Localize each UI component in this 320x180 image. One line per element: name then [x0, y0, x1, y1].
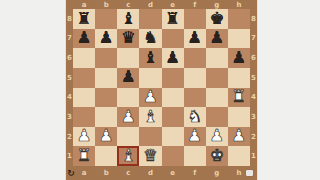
piece-black-knight: ♞ — [143, 30, 158, 47]
coord-label-2: 2 — [250, 127, 257, 147]
coord-label-c: c — [117, 0, 139, 9]
coord-label-e: e — [162, 166, 184, 180]
square-e2[interactable] — [162, 127, 184, 147]
coord-label-7: 7 — [66, 29, 73, 49]
square-g1[interactable]: ♚ — [206, 146, 228, 166]
square-f8[interactable] — [184, 9, 206, 29]
square-e3[interactable] — [162, 107, 184, 127]
square-d2[interactable] — [139, 127, 161, 147]
coord-label-c: c — [117, 166, 139, 180]
square-g6[interactable] — [206, 48, 228, 68]
square-b4[interactable] — [95, 88, 117, 108]
square-h2[interactable]: ♟ — [228, 127, 250, 147]
square-h5[interactable] — [228, 68, 250, 88]
coord-label-h: h — [228, 0, 250, 9]
piece-white-pawn: ♟ — [232, 128, 247, 145]
maximize-board-icon[interactable] — [246, 170, 253, 176]
square-d7[interactable]: ♞ — [139, 29, 161, 49]
square-d8[interactable] — [139, 9, 161, 29]
square-g4[interactable] — [206, 88, 228, 108]
square-f2[interactable]: ♟ — [184, 127, 206, 147]
piece-black-pawn: ♟ — [209, 30, 224, 47]
square-d1[interactable]: ♛ — [139, 146, 161, 166]
square-f5[interactable] — [184, 68, 206, 88]
piece-white-bishop: ♝ — [143, 108, 158, 125]
square-g7[interactable]: ♟ — [206, 29, 228, 49]
square-e4[interactable] — [162, 88, 184, 108]
piece-black-pawn: ♟ — [187, 30, 202, 47]
coord-label-g: g — [206, 166, 228, 180]
piece-black-pawn: ♟ — [77, 30, 92, 47]
square-g3[interactable] — [206, 107, 228, 127]
file-labels-bottom: abcdefgh — [73, 166, 250, 180]
square-e7[interactable] — [162, 29, 184, 49]
piece-black-pawn: ♟ — [121, 69, 136, 86]
square-g8[interactable]: ♚ — [206, 9, 228, 29]
coord-label-b: b — [95, 0, 117, 9]
board-squares: ♜♝♜♚♟♟♛♞♟♟♝♟♟♟♟♜♟♝♞♟♟♟♟♟♜♝♛♚ — [73, 9, 250, 166]
square-a3[interactable] — [73, 107, 95, 127]
piece-white-pawn: ♟ — [121, 108, 136, 125]
square-b3[interactable] — [95, 107, 117, 127]
square-c8[interactable]: ♝ — [117, 9, 139, 29]
square-d4[interactable]: ♟ — [139, 88, 161, 108]
coord-label-a: a — [73, 166, 95, 180]
square-b5[interactable] — [95, 68, 117, 88]
coord-label-d: d — [139, 166, 161, 180]
square-c6[interactable] — [117, 48, 139, 68]
square-a1[interactable]: ♜ — [73, 146, 95, 166]
page-background: abcdefgh abcdefgh 87654321 87654321 ♜♝♜♚… — [0, 0, 320, 180]
square-a4[interactable] — [73, 88, 95, 108]
coord-label-f: f — [184, 0, 206, 9]
square-h7[interactable] — [228, 29, 250, 49]
square-c2[interactable] — [117, 127, 139, 147]
piece-white-pawn: ♟ — [99, 128, 114, 145]
piece-white-king: ♚ — [209, 147, 224, 164]
square-a5[interactable] — [73, 68, 95, 88]
coord-label-d: d — [139, 0, 161, 9]
coord-label-6: 6 — [250, 48, 257, 68]
square-e6[interactable]: ♟ — [162, 48, 184, 68]
piece-white-pawn: ♟ — [187, 128, 202, 145]
coord-label-1: 1 — [66, 146, 73, 166]
square-d3[interactable]: ♝ — [139, 107, 161, 127]
piece-white-rook: ♜ — [77, 147, 92, 164]
piece-white-pawn: ♟ — [143, 89, 158, 106]
square-f3[interactable]: ♞ — [184, 107, 206, 127]
square-e1[interactable] — [162, 146, 184, 166]
square-d6[interactable]: ♝ — [139, 48, 161, 68]
coord-label-1: 1 — [250, 146, 257, 166]
square-c3[interactable]: ♟ — [117, 107, 139, 127]
piece-black-rook: ♜ — [165, 10, 180, 27]
square-f1[interactable] — [184, 146, 206, 166]
square-f7[interactable]: ♟ — [184, 29, 206, 49]
square-e8[interactable]: ♜ — [162, 9, 184, 29]
rank-labels-right: 87654321 — [250, 9, 257, 166]
coord-label-e: e — [162, 0, 184, 9]
coord-label-g: g — [206, 0, 228, 9]
piece-black-pawn: ♟ — [232, 49, 247, 66]
square-h3[interactable] — [228, 107, 250, 127]
piece-white-rook: ♜ — [232, 89, 247, 106]
rotate-board-icon[interactable]: ↻ — [66, 168, 76, 179]
square-c5[interactable]: ♟ — [117, 68, 139, 88]
piece-black-rook: ♜ — [77, 10, 92, 27]
coord-label-3: 3 — [250, 107, 257, 127]
coord-label-2: 2 — [66, 127, 73, 147]
piece-black-queen: ♛ — [121, 30, 136, 47]
piece-white-knight: ♞ — [187, 108, 202, 125]
piece-white-bishop: ♝ — [121, 147, 136, 164]
coord-label-b: b — [95, 166, 117, 180]
file-labels-top: abcdefgh — [73, 0, 250, 9]
coord-label-f: f — [184, 166, 206, 180]
coord-label-7: 7 — [250, 29, 257, 49]
piece-black-bishop: ♝ — [121, 10, 136, 27]
coord-label-4: 4 — [66, 88, 73, 108]
square-c4[interactable] — [117, 88, 139, 108]
square-f6[interactable] — [184, 48, 206, 68]
coord-label-6: 6 — [66, 48, 73, 68]
square-f4[interactable] — [184, 88, 206, 108]
square-a7[interactable]: ♟ — [73, 29, 95, 49]
piece-black-bishop: ♝ — [143, 49, 158, 66]
piece-black-pawn: ♟ — [99, 30, 114, 47]
square-h8[interactable] — [228, 9, 250, 29]
coord-label-5: 5 — [250, 68, 257, 88]
square-g5[interactable] — [206, 68, 228, 88]
square-g2[interactable]: ♟ — [206, 127, 228, 147]
coord-label-5: 5 — [66, 68, 73, 88]
piece-white-queen: ♛ — [143, 147, 158, 164]
square-h4[interactable]: ♜ — [228, 88, 250, 108]
piece-white-pawn: ♟ — [209, 128, 224, 145]
square-h1[interactable] — [228, 146, 250, 166]
square-c1[interactable]: ♝ — [117, 146, 139, 166]
square-h6[interactable]: ♟ — [228, 48, 250, 68]
square-b6[interactable] — [95, 48, 117, 68]
square-b7[interactable]: ♟ — [95, 29, 117, 49]
coord-label-3: 3 — [66, 107, 73, 127]
square-b1[interactable] — [95, 146, 117, 166]
coord-label-4: 4 — [250, 88, 257, 108]
square-e5[interactable] — [162, 68, 184, 88]
square-a8[interactable]: ♜ — [73, 9, 95, 29]
piece-black-king: ♚ — [209, 10, 224, 27]
square-a6[interactable] — [73, 48, 95, 68]
piece-white-pawn: ♟ — [77, 128, 92, 145]
coord-label-8: 8 — [66, 9, 73, 29]
square-d5[interactable] — [139, 68, 161, 88]
square-b8[interactable] — [95, 9, 117, 29]
square-a2[interactable]: ♟ — [73, 127, 95, 147]
coord-label-a: a — [73, 0, 95, 9]
coord-label-8: 8 — [250, 9, 257, 29]
piece-black-pawn: ♟ — [165, 49, 180, 66]
square-b2[interactable]: ♟ — [95, 127, 117, 147]
chess-board: abcdefgh abcdefgh 87654321 87654321 ♜♝♜♚… — [66, 0, 257, 180]
rank-labels-left: 87654321 — [66, 9, 73, 166]
square-c7[interactable]: ♛ — [117, 29, 139, 49]
